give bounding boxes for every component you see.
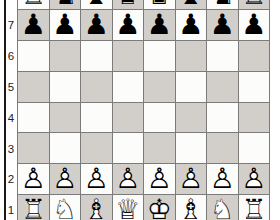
square-b5[interactable] — [50, 72, 82, 103]
square-f1[interactable]: ♝♗ — [176, 195, 208, 220]
piece-black-pawn: ♟ — [176, 10, 207, 40]
black-rook-glyph: ♜ — [239, 0, 270, 9]
white-rook-glyph-fill: ♜ — [239, 195, 270, 220]
square-g4[interactable] — [207, 103, 239, 134]
square-d5[interactable] — [113, 72, 145, 103]
square-f8[interactable]: ♝ — [176, 0, 208, 10]
square-h8[interactable]: ♜ — [239, 0, 271, 10]
square-d6[interactable] — [113, 41, 145, 72]
piece-white-pawn: ♟♙ — [176, 164, 207, 194]
white-pawn-glyph: ♙ — [176, 164, 207, 194]
white-king-glyph-fill: ♚ — [144, 195, 175, 220]
black-pawn-glyph: ♟ — [50, 10, 81, 40]
black-knight-glyph: ♞ — [207, 0, 238, 9]
rank-label-5: 5 — [5, 72, 17, 103]
white-bishop-glyph-fill: ♝ — [81, 195, 112, 220]
square-a1[interactable]: ♜♖ — [18, 195, 50, 220]
square-e5[interactable] — [144, 72, 176, 103]
rank-label-6: 6 — [5, 41, 17, 72]
rank-label-4: 4 — [5, 103, 17, 134]
square-d2[interactable]: ♟♙ — [113, 164, 145, 195]
piece-black-pawn: ♟ — [81, 10, 112, 40]
piece-white-bishop: ♝♗ — [81, 195, 112, 220]
square-d1[interactable]: ♛♕ — [113, 195, 145, 220]
piece-black-pawn: ♟ — [113, 10, 144, 40]
white-pawn-glyph: ♙ — [81, 164, 112, 194]
white-knight-glyph: ♘ — [50, 195, 81, 220]
piece-black-pawn: ♟ — [207, 10, 238, 40]
square-a7[interactable]: ♟ — [18, 10, 50, 41]
black-pawn-glyph: ♟ — [144, 10, 175, 40]
square-h3[interactable] — [239, 133, 271, 164]
piece-white-knight: ♞♘ — [50, 195, 81, 220]
white-pawn-glyph: ♙ — [207, 164, 238, 194]
black-rook-glyph: ♜ — [18, 0, 49, 9]
piece-white-rook: ♜♖ — [18, 195, 49, 220]
square-a5[interactable] — [18, 72, 50, 103]
square-a2[interactable]: ♟♙ — [18, 164, 50, 195]
square-h4[interactable] — [239, 103, 271, 134]
square-d7[interactable]: ♟ — [113, 10, 145, 41]
square-g2[interactable]: ♟♙ — [207, 164, 239, 195]
square-g3[interactable] — [207, 133, 239, 164]
piece-black-pawn: ♟ — [144, 10, 175, 40]
square-g1[interactable]: ♞♘ — [207, 195, 239, 220]
square-b3[interactable] — [50, 133, 82, 164]
white-pawn-glyph: ♙ — [50, 164, 81, 194]
square-d8[interactable]: ♛ — [113, 0, 145, 10]
piece-black-queen: ♛ — [113, 0, 144, 9]
white-pawn-glyph: ♙ — [239, 164, 270, 194]
square-b7[interactable]: ♟ — [50, 10, 82, 41]
black-pawn-glyph: ♟ — [207, 10, 238, 40]
white-pawn-glyph-fill: ♟ — [176, 164, 207, 194]
piece-black-knight: ♞ — [50, 0, 81, 9]
rank-label-column: 7654321 — [5, 0, 17, 220]
piece-white-pawn: ♟♙ — [144, 164, 175, 194]
square-g5[interactable] — [207, 72, 239, 103]
square-h2[interactable]: ♟♙ — [239, 164, 271, 195]
white-pawn-glyph: ♙ — [144, 164, 175, 194]
piece-white-rook: ♜♖ — [239, 195, 270, 220]
rank-label-1: 1 — [5, 195, 17, 220]
square-g6[interactable] — [207, 41, 239, 72]
square-e6[interactable] — [144, 41, 176, 72]
rank-label-2: 2 — [5, 164, 17, 195]
square-a3[interactable] — [18, 133, 50, 164]
piece-white-pawn: ♟♙ — [207, 164, 238, 194]
square-g8[interactable]: ♞ — [207, 0, 239, 10]
square-f3[interactable] — [176, 133, 208, 164]
black-pawn-glyph: ♟ — [113, 10, 144, 40]
white-rook-glyph: ♖ — [239, 195, 270, 220]
square-e4[interactable] — [144, 103, 176, 134]
white-knight-glyph-fill: ♞ — [207, 195, 238, 220]
square-f7[interactable]: ♟ — [176, 10, 208, 41]
white-pawn-glyph: ♙ — [113, 164, 144, 194]
white-knight-glyph-fill: ♞ — [50, 195, 81, 220]
piece-white-pawn: ♟♙ — [81, 164, 112, 194]
piece-white-pawn: ♟♙ — [50, 164, 81, 194]
piece-black-knight: ♞ — [207, 0, 238, 9]
white-pawn-glyph-fill: ♟ — [113, 164, 144, 194]
square-e2[interactable]: ♟♙ — [144, 164, 176, 195]
square-h7[interactable]: ♟ — [239, 10, 271, 41]
piece-black-bishop: ♝ — [81, 0, 112, 9]
piece-black-king: ♚ — [144, 0, 175, 9]
white-knight-glyph: ♘ — [207, 195, 238, 220]
square-d4[interactable] — [113, 103, 145, 134]
piece-white-pawn: ♟♙ — [18, 164, 49, 194]
white-bishop-glyph: ♗ — [81, 195, 112, 220]
square-h1[interactable]: ♜♖ — [239, 195, 271, 220]
square-a8[interactable]: ♜ — [18, 0, 50, 10]
square-c3[interactable] — [81, 133, 113, 164]
square-e8[interactable]: ♚ — [144, 0, 176, 10]
white-queen-glyph: ♕ — [113, 195, 144, 220]
square-a6[interactable] — [18, 41, 50, 72]
square-c7[interactable]: ♟ — [81, 10, 113, 41]
white-king-glyph: ♔ — [144, 195, 175, 220]
piece-black-pawn: ♟ — [239, 10, 270, 40]
piece-black-pawn: ♟ — [50, 10, 81, 40]
piece-white-pawn: ♟♙ — [239, 164, 270, 194]
black-king-glyph: ♚ — [144, 0, 175, 9]
black-pawn-glyph: ♟ — [239, 10, 270, 40]
piece-white-bishop: ♝♗ — [176, 195, 207, 220]
white-rook-glyph: ♖ — [18, 195, 49, 220]
piece-black-bishop: ♝ — [176, 0, 207, 9]
square-f6[interactable] — [176, 41, 208, 72]
square-f5[interactable] — [176, 72, 208, 103]
rank-label-3: 3 — [5, 134, 17, 165]
square-f4[interactable] — [176, 103, 208, 134]
black-pawn-glyph: ♟ — [176, 10, 207, 40]
black-knight-glyph: ♞ — [50, 0, 81, 9]
white-pawn-glyph-fill: ♟ — [207, 164, 238, 194]
white-rook-glyph-fill: ♜ — [18, 195, 49, 220]
square-d3[interactable] — [113, 133, 145, 164]
white-queen-glyph-fill: ♛ — [113, 195, 144, 220]
square-a4[interactable] — [18, 103, 50, 134]
square-c2[interactable]: ♟♙ — [81, 164, 113, 195]
black-pawn-glyph: ♟ — [81, 10, 112, 40]
chess-board: ♜♞♝♛♚♝♞♜♟♟♟♟♟♟♟♟♟♙♟♙♟♙♟♙♟♙♟♙♟♙♟♙♜♖♞♘♝♗♛♕… — [17, 0, 270, 220]
square-e3[interactable] — [144, 133, 176, 164]
piece-white-king: ♚♔ — [144, 195, 175, 220]
black-pawn-glyph: ♟ — [18, 10, 49, 40]
square-f2[interactable]: ♟♙ — [176, 164, 208, 195]
square-b8[interactable]: ♞ — [50, 0, 82, 10]
piece-black-rook: ♜ — [239, 0, 270, 9]
square-c4[interactable] — [81, 103, 113, 134]
square-e1[interactable]: ♚♔ — [144, 195, 176, 220]
piece-white-queen: ♛♕ — [113, 195, 144, 220]
black-bishop-glyph: ♝ — [176, 0, 207, 9]
white-pawn-glyph-fill: ♟ — [239, 164, 270, 194]
white-bishop-glyph-fill: ♝ — [176, 195, 207, 220]
white-pawn-glyph-fill: ♟ — [50, 164, 81, 194]
piece-black-pawn: ♟ — [18, 10, 49, 40]
square-h6[interactable] — [239, 41, 271, 72]
piece-white-knight: ♞♘ — [207, 195, 238, 220]
white-pawn-glyph: ♙ — [18, 164, 49, 194]
piece-black-rook: ♜ — [18, 0, 49, 9]
square-c6[interactable] — [81, 41, 113, 72]
square-b2[interactable]: ♟♙ — [50, 164, 82, 195]
square-e7[interactable]: ♟ — [144, 10, 176, 41]
white-pawn-glyph-fill: ♟ — [144, 164, 175, 194]
white-pawn-glyph-fill: ♟ — [18, 164, 49, 194]
chess-board-diagram: 7654321 ♜♞♝♛♚♝♞♜♟♟♟♟♟♟♟♟♟♙♟♙♟♙♟♙♟♙♟♙♟♙♟♙… — [0, 0, 280, 220]
square-c5[interactable] — [81, 72, 113, 103]
white-pawn-glyph-fill: ♟ — [81, 164, 112, 194]
square-c8[interactable]: ♝ — [81, 0, 113, 10]
square-b4[interactable] — [50, 103, 82, 134]
square-g7[interactable]: ♟ — [207, 10, 239, 41]
black-queen-glyph: ♛ — [113, 0, 144, 9]
square-c1[interactable]: ♝♗ — [81, 195, 113, 220]
piece-white-pawn: ♟♙ — [113, 164, 144, 194]
square-b1[interactable]: ♞♘ — [50, 195, 82, 220]
white-bishop-glyph: ♗ — [176, 195, 207, 220]
square-b6[interactable] — [50, 41, 82, 72]
rank-label-7: 7 — [5, 10, 17, 41]
square-h5[interactable] — [239, 72, 271, 103]
black-bishop-glyph: ♝ — [81, 0, 112, 9]
